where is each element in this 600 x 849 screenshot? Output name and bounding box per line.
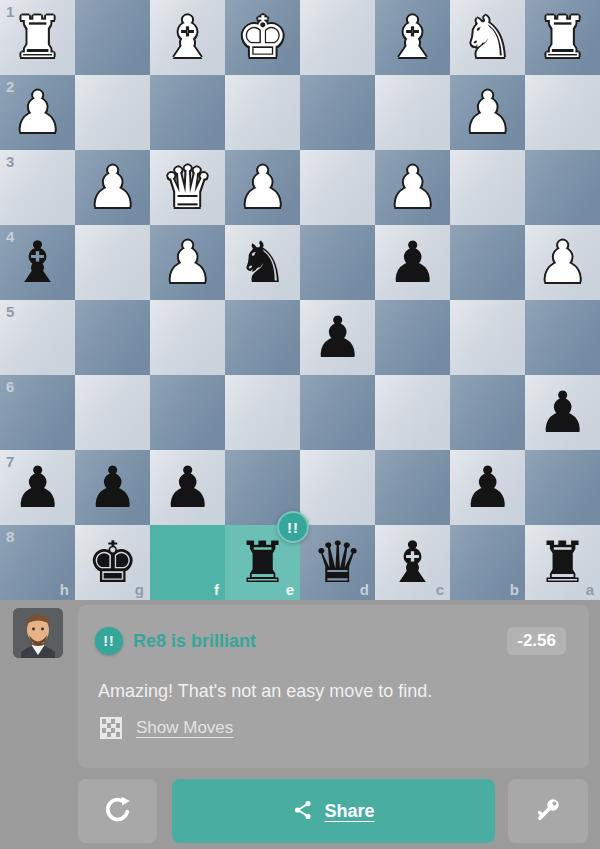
piece-bR-a8: ♜: [537, 525, 588, 600]
game-review-screen: 1♜♝♚♝♞♜2♟♟3♟♛♟♟4♝♟♞♟♟5♟6♟7♟♟♟♟8hg♚fe♜d♛c…: [0, 0, 600, 849]
show-moves-link[interactable]: Show Moves: [100, 717, 233, 739]
square-a5[interactable]: [525, 300, 600, 375]
piece-wP-g3: ♟: [87, 150, 138, 225]
square-f4[interactable]: ♟: [150, 225, 225, 300]
square-e5[interactable]: [225, 300, 300, 375]
move-comment: Amazing! That's not an easy move to find…: [98, 681, 432, 702]
square-d7[interactable]: [300, 450, 375, 525]
rank-label-8: 8: [6, 529, 14, 544]
file-label-h: h: [60, 582, 69, 597]
piece-wQ-f3: ♛: [162, 150, 213, 225]
square-e6[interactable]: [225, 375, 300, 450]
piece-wP-h2: ♟: [12, 75, 63, 150]
square-a4[interactable]: ♟: [525, 225, 600, 300]
piece-bK-g8: ♚: [87, 525, 138, 600]
square-g8[interactable]: g♚: [75, 525, 150, 600]
square-b7[interactable]: ♟: [450, 450, 525, 525]
analysis-panel: !! Re8 is brilliant -2.56 Amazing! That'…: [0, 600, 600, 849]
square-d1[interactable]: [300, 0, 375, 75]
file-label-b: b: [510, 582, 519, 597]
piece-wB-f1: ♝: [162, 0, 213, 75]
square-g4[interactable]: [75, 225, 150, 300]
square-a8[interactable]: a♜: [525, 525, 600, 600]
square-g5[interactable]: [75, 300, 150, 375]
piece-wK-e1: ♚: [237, 0, 288, 75]
piece-bB-h4: ♝: [12, 225, 63, 300]
piece-wB-c1: ♝: [387, 0, 438, 75]
square-f1[interactable]: ♝: [150, 0, 225, 75]
refresh-button[interactable]: [78, 779, 157, 843]
square-e4[interactable]: ♞: [225, 225, 300, 300]
file-label-d: d: [360, 582, 369, 597]
chess-board: 1♜♝♚♝♞♜2♟♟3♟♛♟♟4♝♟♞♟♟5♟6♟7♟♟♟♟8hg♚fe♜d♛c…: [0, 0, 600, 600]
square-b1[interactable]: ♞: [450, 0, 525, 75]
rank-label-5: 5: [6, 304, 14, 319]
rank-label-3: 3: [6, 154, 14, 169]
square-e2[interactable]: [225, 75, 300, 150]
key-button[interactable]: [508, 779, 588, 843]
piece-bP-a6: ♟: [537, 375, 588, 450]
square-a6[interactable]: ♟: [525, 375, 600, 450]
square-c5[interactable]: [375, 300, 450, 375]
square-e1[interactable]: ♚: [225, 0, 300, 75]
rank-label-4: 4: [6, 229, 14, 244]
square-g1[interactable]: [75, 0, 150, 75]
show-moves-label: Show Moves: [136, 718, 233, 738]
square-d2[interactable]: [300, 75, 375, 150]
brilliant-badge-icon: !!: [95, 627, 123, 655]
square-h5[interactable]: 5: [0, 300, 75, 375]
square-c2[interactable]: [375, 75, 450, 150]
square-d8[interactable]: d♛: [300, 525, 375, 600]
square-h2[interactable]: 2♟: [0, 75, 75, 150]
square-c4[interactable]: ♟: [375, 225, 450, 300]
share-label: Share: [324, 801, 374, 822]
square-g3[interactable]: ♟: [75, 150, 150, 225]
piece-wP-b2: ♟: [462, 75, 513, 150]
brilliant-move-badge-on-board: !!: [277, 511, 309, 543]
square-h1[interactable]: 1♜: [0, 0, 75, 75]
square-c3[interactable]: ♟: [375, 150, 450, 225]
piece-bP-b7: ♟: [462, 450, 513, 525]
square-f8[interactable]: f: [150, 525, 225, 600]
share-button[interactable]: Share: [172, 779, 495, 843]
share-icon: [292, 799, 314, 824]
rank-label-2: 2: [6, 79, 14, 94]
key-icon: [533, 795, 563, 828]
piece-bP-d5: ♟: [312, 300, 363, 375]
move-title: Re8 is brilliant: [133, 631, 256, 652]
square-b8[interactable]: b: [450, 525, 525, 600]
piece-bB-c8: ♝: [387, 525, 438, 600]
avatar: [13, 608, 63, 658]
square-c7[interactable]: [375, 450, 450, 525]
square-f6[interactable]: [150, 375, 225, 450]
file-label-e: e: [286, 582, 294, 597]
square-h7[interactable]: 7♟: [0, 450, 75, 525]
piece-bQ-d8: ♛: [312, 525, 363, 600]
piece-bN-e4: ♞: [237, 225, 288, 300]
piece-wR-a1: ♜: [537, 0, 588, 75]
square-c8[interactable]: c♝: [375, 525, 450, 600]
piece-wP-f4: ♟: [162, 225, 213, 300]
square-h3[interactable]: 3: [0, 150, 75, 225]
piece-bP-h7: ♟: [12, 450, 63, 525]
square-b2[interactable]: ♟: [450, 75, 525, 150]
move-assessment-card: !! Re8 is brilliant -2.56 Amazing! That'…: [78, 605, 589, 768]
file-label-c: c: [436, 582, 444, 597]
square-d6[interactable]: [300, 375, 375, 450]
square-d3[interactable]: [300, 150, 375, 225]
piece-bP-g7: ♟: [87, 450, 138, 525]
square-a2[interactable]: [525, 75, 600, 150]
square-d4[interactable]: [300, 225, 375, 300]
rank-label-1: 1: [6, 4, 14, 19]
square-g7[interactable]: ♟: [75, 450, 150, 525]
square-g2[interactable]: [75, 75, 150, 150]
square-b6[interactable]: [450, 375, 525, 450]
file-label-f: f: [214, 582, 219, 597]
square-f3[interactable]: ♛: [150, 150, 225, 225]
square-c1[interactable]: ♝: [375, 0, 450, 75]
rank-label-7: 7: [6, 454, 14, 469]
piece-wR-h1: ♜: [12, 0, 63, 75]
square-b4[interactable]: [450, 225, 525, 300]
piece-bP-f7: ♟: [162, 450, 213, 525]
square-a1[interactable]: ♜: [525, 0, 600, 75]
piece-wP-e3: ♟: [237, 150, 288, 225]
rank-label-6: 6: [6, 379, 14, 394]
square-f7[interactable]: ♟: [150, 450, 225, 525]
square-a3[interactable]: [525, 150, 600, 225]
piece-wP-c3: ♟: [387, 150, 438, 225]
square-d5[interactable]: ♟: [300, 300, 375, 375]
square-g6[interactable]: [75, 375, 150, 450]
square-c6[interactable]: [375, 375, 450, 450]
piece-wN-b1: ♞: [462, 0, 513, 75]
square-b3[interactable]: [450, 150, 525, 225]
square-h8[interactable]: 8h: [0, 525, 75, 600]
square-b5[interactable]: [450, 300, 525, 375]
piece-wP-a4: ♟: [537, 225, 588, 300]
piece-bP-c4: ♟: [387, 225, 438, 300]
square-h6[interactable]: 6: [0, 375, 75, 450]
file-label-g: g: [135, 582, 144, 597]
evaluation-badge: -2.56: [507, 627, 566, 655]
square-e3[interactable]: ♟: [225, 150, 300, 225]
square-h4[interactable]: 4♝: [0, 225, 75, 300]
square-a7[interactable]: [525, 450, 600, 525]
file-label-a: a: [586, 582, 594, 597]
refresh-icon: [101, 793, 135, 830]
square-f5[interactable]: [150, 300, 225, 375]
square-f2[interactable]: [150, 75, 225, 150]
checkerboard-icon: [100, 717, 122, 739]
